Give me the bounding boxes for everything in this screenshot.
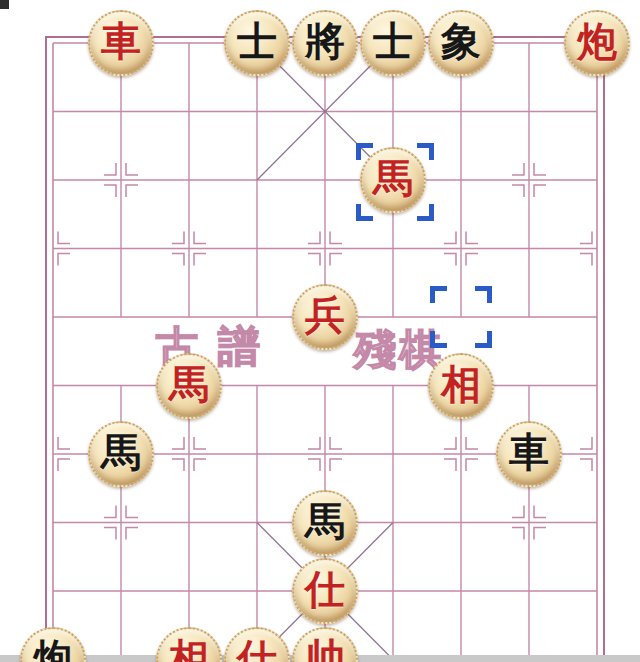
board-point-2-6[interactable] (155, 420, 223, 489)
piece-glyph: 炮 (577, 22, 617, 62)
board-point-0-4[interactable] (19, 283, 87, 352)
board-point-4-2[interactable] (291, 146, 359, 215)
board-point-0-8[interactable] (19, 557, 87, 626)
board-point-5-9[interactable] (359, 626, 427, 662)
board-point-3-6[interactable] (223, 420, 291, 489)
board-point-5-1[interactable] (359, 78, 427, 147)
board-point-7-2[interactable] (495, 146, 563, 215)
piece-glyph: 馬 (373, 159, 413, 199)
board-point-3-1[interactable] (223, 78, 291, 147)
board-point-5-4[interactable] (359, 283, 427, 352)
piece-black-advisor[interactable]: 士 (224, 10, 290, 76)
piece-black-horse[interactable]: 馬 (88, 421, 154, 487)
piece-red-horse[interactable]: 馬 (360, 147, 426, 213)
board-point-7-4[interactable] (495, 283, 563, 352)
piece-black-general[interactable]: 將 (292, 10, 358, 76)
board-point-0-5[interactable] (19, 352, 87, 421)
piece-red-chariot[interactable]: 車 (88, 10, 154, 76)
piece-red-horse[interactable]: 馬 (156, 353, 222, 419)
board-point-2-2[interactable] (155, 146, 223, 215)
board-point-8-2[interactable] (563, 146, 631, 215)
board-point-7-0[interactable] (495, 9, 563, 78)
piece-glyph: 車 (509, 433, 549, 473)
board-point-0-1[interactable] (19, 78, 87, 147)
board-point-5-0[interactable]: 士 (359, 9, 427, 78)
board-point-7-9[interactable] (495, 626, 563, 662)
board-point-4-6[interactable] (291, 420, 359, 489)
board-point-6-9[interactable] (427, 626, 495, 662)
board-point-3-7[interactable] (223, 489, 291, 558)
board-point-8-3[interactable] (563, 215, 631, 284)
board-point-0-6[interactable] (19, 420, 87, 489)
board-point-5-2[interactable]: 馬 (359, 146, 427, 215)
xiangqi-board-screen: 古譜 殘棋 車士將士象炮馬兵馬相馬車馬仕炮相仕帅 (0, 0, 640, 662)
board-point-3-0[interactable]: 士 (223, 9, 291, 78)
piece-glyph: 帅 (305, 639, 345, 662)
board-point-6-4[interactable] (427, 283, 495, 352)
board-point-8-8[interactable] (563, 557, 631, 626)
board-point-2-0[interactable] (155, 9, 223, 78)
piece-black-horse[interactable]: 馬 (292, 490, 358, 556)
board-point-3-9[interactable]: 仕 (223, 626, 291, 662)
board-point-4-3[interactable] (291, 215, 359, 284)
board-point-2-9[interactable]: 相 (155, 626, 223, 662)
board-point-7-1[interactable] (495, 78, 563, 147)
board-grid: 車士將士象炮馬兵馬相馬車馬仕炮相仕帅 (19, 9, 631, 662)
board-point-7-3[interactable] (495, 215, 563, 284)
piece-black-chariot[interactable]: 車 (496, 421, 562, 487)
piece-glyph: 馬 (305, 502, 345, 542)
board-point-2-4[interactable] (155, 283, 223, 352)
board-point-1-9[interactable] (87, 626, 155, 662)
piece-red-soldier[interactable]: 兵 (292, 284, 358, 350)
piece-glyph: 象 (441, 22, 481, 62)
board-point-3-5[interactable] (223, 352, 291, 421)
board-point-0-7[interactable] (19, 489, 87, 558)
piece-glyph: 炮 (33, 639, 73, 662)
board-point-0-9[interactable]: 炮 (19, 626, 87, 662)
piece-red-advisor[interactable]: 仕 (292, 558, 358, 624)
piece-black-elephant[interactable]: 象 (428, 10, 494, 76)
board-point-3-4[interactable] (223, 283, 291, 352)
board-point-1-6[interactable]: 馬 (87, 420, 155, 489)
board-point-5-7[interactable] (359, 489, 427, 558)
piece-red-elephant[interactable]: 相 (156, 627, 222, 662)
board-point-3-2[interactable] (223, 146, 291, 215)
board-point-8-9[interactable] (563, 626, 631, 662)
board-point-8-5[interactable] (563, 352, 631, 421)
board-point-1-7[interactable] (87, 489, 155, 558)
board-point-1-5[interactable] (87, 352, 155, 421)
board-point-8-7[interactable] (563, 489, 631, 558)
board-point-6-7[interactable] (427, 489, 495, 558)
board-point-5-5[interactable] (359, 352, 427, 421)
board-point-1-8[interactable] (87, 557, 155, 626)
screen-corner-artifact (0, 0, 9, 9)
board-point-7-5[interactable] (495, 352, 563, 421)
board-point-6-3[interactable] (427, 215, 495, 284)
bracket-corner-icon (356, 143, 373, 160)
board-point-3-3[interactable] (223, 215, 291, 284)
board-point-8-0[interactable]: 炮 (563, 9, 631, 78)
board-point-0-2[interactable] (19, 146, 87, 215)
board-point-2-7[interactable] (155, 489, 223, 558)
board-point-6-8[interactable] (427, 557, 495, 626)
board-point-1-3[interactable] (87, 215, 155, 284)
board-point-2-3[interactable] (155, 215, 223, 284)
piece-red-elephant[interactable]: 相 (428, 353, 494, 419)
board-point-4-8[interactable]: 仕 (291, 557, 359, 626)
piece-glyph: 馬 (101, 433, 141, 473)
board-point-8-6[interactable] (563, 420, 631, 489)
board-point-0-0[interactable] (19, 9, 87, 78)
board-point-7-8[interactable] (495, 557, 563, 626)
board-point-3-8[interactable] (223, 557, 291, 626)
board-point-6-2[interactable] (427, 146, 495, 215)
piece-glyph: 士 (237, 22, 277, 62)
piece-black-advisor[interactable]: 士 (360, 10, 426, 76)
board-point-1-0[interactable]: 車 (87, 9, 155, 78)
piece-glyph: 仕 (305, 570, 345, 610)
piece-glyph: 兵 (305, 296, 345, 336)
board-point-4-1[interactable] (291, 78, 359, 147)
board-point-2-1[interactable] (155, 78, 223, 147)
board-point-6-1[interactable] (427, 78, 495, 147)
board-point-4-4[interactable]: 兵 (291, 283, 359, 352)
piece-red-advisor[interactable]: 仕 (224, 627, 290, 662)
board-point-2-8[interactable] (155, 557, 223, 626)
piece-glyph: 仕 (237, 639, 277, 662)
piece-black-cannon[interactable]: 炮 (20, 627, 86, 662)
board-point-4-9[interactable]: 帅 (291, 626, 359, 662)
piece-glyph: 士 (373, 22, 413, 62)
board-point-7-6[interactable]: 車 (495, 420, 563, 489)
piece-red-general[interactable]: 帅 (292, 627, 358, 662)
board-point-6-6[interactable] (427, 420, 495, 489)
board-point-7-7[interactable] (495, 489, 563, 558)
board-point-6-5[interactable]: 相 (427, 352, 495, 421)
board-point-8-4[interactable] (563, 283, 631, 352)
board-point-4-0[interactable]: 將 (291, 9, 359, 78)
board-point-5-8[interactable] (359, 557, 427, 626)
board-point-1-2[interactable] (87, 146, 155, 215)
piece-glyph: 馬 (169, 365, 209, 405)
board-point-0-3[interactable] (19, 215, 87, 284)
piece-glyph: 相 (441, 365, 481, 405)
board-point-4-7[interactable]: 馬 (291, 489, 359, 558)
board-point-1-1[interactable] (87, 78, 155, 147)
board-point-5-6[interactable] (359, 420, 427, 489)
board-point-8-1[interactable] (563, 78, 631, 147)
board-point-6-0[interactable]: 象 (427, 9, 495, 78)
piece-glyph: 相 (169, 639, 209, 662)
piece-glyph: 車 (101, 22, 141, 62)
piece-red-cannon[interactable]: 炮 (564, 10, 630, 76)
board-point-5-3[interactable] (359, 215, 427, 284)
piece-glyph: 將 (305, 22, 345, 62)
board-point-4-5[interactable] (291, 352, 359, 421)
board-point-1-4[interactable] (87, 283, 155, 352)
board-point-2-5[interactable]: 馬 (155, 352, 223, 421)
